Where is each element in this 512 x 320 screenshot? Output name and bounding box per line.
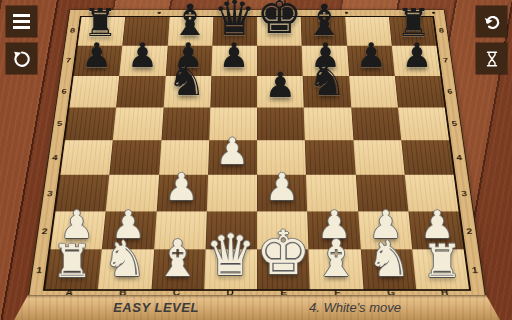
board-front-edge: EASY LEVEL 4. White's move bbox=[14, 295, 500, 320]
frame-dot bbox=[345, 12, 348, 14]
white-pawn-e3[interactable]: ♟ bbox=[265, 169, 299, 206]
black-pawn-h7[interactable]: ♟ bbox=[402, 38, 433, 72]
difficulty-level-label: EASY LEVEL bbox=[71, 300, 241, 315]
white-pawn-d4[interactable]: ♟ bbox=[216, 134, 249, 171]
square-h4[interactable] bbox=[401, 140, 454, 175]
black-pawn-a7[interactable]: ♟ bbox=[82, 38, 113, 72]
square-g5[interactable] bbox=[351, 107, 401, 140]
square-d3[interactable] bbox=[207, 175, 257, 211]
white-king-e1[interactable]: ♚ bbox=[256, 223, 311, 284]
black-knight-c6[interactable]: ♞ bbox=[167, 60, 206, 104]
square-a6[interactable] bbox=[69, 76, 119, 107]
black-pawn-d7[interactable]: ♟ bbox=[219, 38, 250, 72]
move-indicator-label: 4. White's move bbox=[270, 300, 440, 315]
white-knight-b1[interactable]: ♞ bbox=[103, 235, 147, 284]
frame-dot bbox=[432, 12, 436, 14]
white-pawn-c3[interactable]: ♟ bbox=[165, 169, 199, 206]
hamburger-menu-icon bbox=[13, 14, 30, 29]
square-b6[interactable] bbox=[116, 76, 165, 107]
undo-arrow-icon bbox=[482, 12, 502, 32]
square-a4[interactable] bbox=[60, 140, 113, 175]
square-f4[interactable] bbox=[305, 140, 355, 175]
black-king-e8[interactable]: ♚ bbox=[256, 0, 302, 42]
rotate-arrow-icon bbox=[12, 49, 32, 69]
square-h6[interactable] bbox=[395, 76, 445, 107]
hourglass-icon bbox=[483, 50, 501, 68]
chess-app-screen: 87654321 87654321 ABCDEFGH EASY LEVEL 4.… bbox=[0, 0, 512, 320]
square-f5[interactable] bbox=[304, 107, 353, 140]
new-game-button[interactable] bbox=[6, 43, 37, 74]
menu-button[interactable] bbox=[6, 6, 37, 37]
white-knight-g1[interactable]: ♞ bbox=[367, 235, 411, 284]
white-bishop-f1[interactable]: ♝ bbox=[313, 233, 359, 284]
white-bishop-c1[interactable]: ♝ bbox=[155, 233, 201, 284]
black-knight-f6[interactable]: ♞ bbox=[308, 60, 347, 104]
undo-button[interactable] bbox=[476, 6, 507, 37]
black-pawn-b7[interactable]: ♟ bbox=[127, 38, 158, 72]
white-rook-a1[interactable]: ♜ bbox=[52, 239, 93, 284]
square-g4[interactable] bbox=[353, 140, 404, 175]
square-g6[interactable] bbox=[349, 76, 398, 107]
black-pawn-g7[interactable]: ♟ bbox=[356, 38, 387, 72]
square-a5[interactable] bbox=[65, 107, 116, 140]
white-rook-h1[interactable]: ♜ bbox=[422, 239, 463, 284]
white-queen-d1[interactable]: ♛ bbox=[205, 227, 256, 284]
frame-dot bbox=[158, 12, 161, 14]
square-c5[interactable] bbox=[161, 107, 210, 140]
black-pawn-e6[interactable]: ♟ bbox=[265, 68, 296, 103]
square-b4[interactable] bbox=[110, 140, 161, 175]
square-b5[interactable] bbox=[113, 107, 163, 140]
square-d6[interactable] bbox=[210, 76, 257, 107]
square-h5[interactable] bbox=[398, 107, 449, 140]
timer-button[interactable] bbox=[476, 43, 507, 74]
square-e5[interactable] bbox=[257, 107, 305, 140]
